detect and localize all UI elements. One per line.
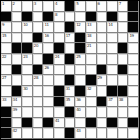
white-cell-r9c1[interactable] [1,86,12,97]
white-cell-r9c5[interactable] [43,86,54,97]
white-cell-r8c5[interactable] [43,75,54,86]
white-cell-r8c11[interactable] [107,75,118,86]
white-cell-r2c2[interactable] [12,12,23,23]
black-cell-r11c7 [65,107,76,118]
white-cell-r4c10[interactable] [97,33,108,44]
white-cell-r7c13[interactable] [128,65,139,76]
white-cell-r11c6[interactable] [54,107,65,118]
white-cell-r3c9[interactable]: 13 [86,22,97,33]
white-cell-r12c2[interactable] [12,118,23,129]
clue-number: 1 [2,1,4,6]
white-cell-r1c5[interactable] [43,1,54,12]
clue-number: 4 [55,1,57,6]
white-cell-r7c1[interactable] [1,65,12,76]
white-cell-r6c6[interactable]: 24 [54,54,65,65]
black-cell-r7c2 [12,65,23,76]
white-cell-r13c10[interactable] [97,128,108,139]
white-cell-r5c9[interactable]: 21 [86,43,97,54]
white-cell-r13c8[interactable]: 43 [75,128,86,139]
black-cell-r5c6 [54,43,65,54]
white-cell-r7c11[interactable] [107,65,118,76]
white-cell-r3c8[interactable]: 12 [75,22,86,33]
clue-number: 10 [23,22,27,27]
white-cell-r12c7[interactable] [65,118,76,129]
black-cell-r9c12 [118,86,129,97]
black-cell-r12c3 [22,118,33,129]
white-cell-r8c12[interactable] [118,75,129,86]
clue-number: 20 [34,43,38,48]
clue-number: 5 [76,1,78,6]
clue-number: 11 [44,22,48,27]
white-cell-r10c11[interactable]: 37 [107,97,118,108]
white-cell-r1c1[interactable]: 1 [1,1,12,12]
clue-number: 42 [13,128,17,133]
white-cell-r4c1[interactable]: 15 [1,33,12,44]
black-cell-r2c9 [86,12,97,23]
black-cell-r2c11 [107,12,118,23]
white-cell-r1c11[interactable] [107,1,118,12]
white-cell-r5c7[interactable] [65,43,76,54]
white-cell-r1c12[interactable]: 7 [118,1,129,12]
white-cell-r9c3[interactable]: 30 [22,86,33,97]
black-cell-r7c4 [33,65,44,76]
black-cell-r7c12 [118,65,129,76]
white-cell-r3c5[interactable]: 11 [43,22,54,33]
clue-number: 37 [108,97,112,102]
white-cell-r8c2[interactable] [12,75,23,86]
white-cell-r4c9[interactable]: 18 [86,33,97,44]
clue-number: 8 [55,12,57,17]
black-cell-r12c5 [43,118,54,129]
black-cell-r10c10 [97,97,108,108]
clue-number: 35 [66,97,70,102]
clue-number: 28 [34,75,38,80]
black-cell-r8c9 [86,75,97,86]
white-cell-r4c2[interactable] [12,33,23,44]
clue-number: 6 [98,1,100,6]
white-cell-r2c8[interactable] [75,12,86,23]
white-cell-r4c6[interactable] [54,33,65,44]
clue-number: 24 [55,54,59,59]
clue-number: 33 [2,97,6,102]
white-cell-r2c4[interactable] [33,12,44,23]
black-cell-r8c7 [65,75,76,86]
clue-number: 13 [87,22,91,27]
white-cell-r6c1[interactable]: 22 [1,54,12,65]
white-cell-r12c10[interactable] [97,118,108,129]
black-cell-r5c8 [75,43,86,54]
white-cell-r5c5[interactable] [43,43,54,54]
black-cell-r2c13 [128,12,139,23]
white-cell-r8c4[interactable]: 28 [33,75,44,86]
white-cell-r10c7[interactable]: 35 [65,97,76,108]
white-cell-r7c7[interactable] [65,65,76,76]
white-cell-r1c10[interactable]: 6 [97,1,108,12]
clue-number: 39 [13,107,17,112]
white-cell-r7c5[interactable]: 26 [43,65,54,76]
white-cell-r11c4[interactable] [33,107,44,118]
white-cell-r1c4[interactable]: 3 [33,1,44,12]
white-cell-r10c8[interactable]: 36 [75,97,86,108]
clue-number: 31 [66,86,70,91]
black-cell-r11c1 [1,107,12,118]
black-cell-r12c1 [1,118,12,129]
clue-number: 36 [76,97,80,102]
black-cell-r13c7 [65,128,76,139]
black-cell-r9c11 [107,86,118,97]
clue-number: 40 [76,107,80,112]
white-cell-r9c13[interactable] [128,86,139,97]
white-cell-r13c5[interactable] [43,128,54,139]
white-cell-r8c13[interactable] [128,75,139,86]
white-cell-r1c2[interactable]: 2 [12,1,23,12]
white-cell-r3c11[interactable]: 14 [107,22,118,33]
white-cell-r4c13[interactable]: 19 [128,33,139,44]
black-cell-r9c6 [54,86,65,97]
white-cell-r11c11[interactable] [107,107,118,118]
black-cell-r3c7 [65,22,76,33]
clue-number: 19 [129,33,133,38]
white-cell-r10c1[interactable]: 33 [1,97,12,108]
white-cell-r9c4[interactable] [33,86,44,97]
white-cell-r3c4[interactable] [33,22,44,33]
white-cell-r10c9[interactable] [86,97,97,108]
white-cell-r11c2[interactable]: 39 [12,107,23,118]
white-cell-r12c12[interactable] [118,118,129,129]
clue-number: 27 [2,75,6,80]
black-cell-r9c2 [12,86,23,97]
white-cell-r8c8[interactable] [75,75,86,86]
white-cell-r5c4[interactable]: 20 [33,43,44,54]
clue-number: 23 [23,54,27,59]
black-cell-r12c13 [128,118,139,129]
white-cell-r6c11[interactable] [107,54,118,65]
white-cell-r11c13[interactable] [128,107,139,118]
white-cell-r7c9[interactable] [86,65,97,76]
white-cell-r11c3[interactable] [22,107,33,118]
white-cell-r4c12[interactable] [118,33,129,44]
black-cell-r5c2 [12,43,23,54]
white-cell-r6c4[interactable] [33,54,44,65]
white-cell-r3c2[interactable] [12,22,23,33]
white-cell-r1c6[interactable]: 4 [54,1,65,12]
clue-number: 18 [87,33,91,38]
white-cell-r12c6[interactable]: 41 [54,118,65,129]
clue-number: 7 [119,1,121,6]
clue-number: 2 [13,1,15,6]
black-cell-r1c13 [128,1,139,12]
black-cell-r2c5 [43,12,54,23]
white-cell-r10c3[interactable] [22,97,33,108]
clue-number: 9 [2,22,4,27]
white-cell-r8c10[interactable]: 29 [97,75,108,86]
white-cell-r3c10[interactable] [97,22,108,33]
white-cell-r6c9[interactable] [86,54,97,65]
clue-number: 34 [13,97,17,102]
white-cell-r3c6[interactable] [54,22,65,33]
black-cell-r7c10 [97,65,108,76]
black-cell-r1c7 [65,1,76,12]
white-cell-r6c10[interactable] [97,54,108,65]
white-cell-r2c7[interactable] [65,12,76,23]
black-cell-r10c6 [54,97,65,108]
white-cell-r7c3[interactable] [22,65,33,76]
white-cell-r1c9[interactable] [86,1,97,12]
clue-number: 38 [119,97,123,102]
white-cell-r13c11[interactable] [107,128,118,139]
white-cell-r12c4[interactable] [33,118,44,129]
white-cell-r13c9[interactable] [86,128,97,139]
white-cell-r4c5[interactable]: 16 [43,33,54,44]
clue-number: 41 [55,118,59,123]
black-cell-r12c11 [107,118,118,129]
white-cell-r6c2[interactable] [12,54,23,65]
clue-number: 12 [76,22,80,27]
black-cell-r13c1 [1,128,12,139]
white-cell-r3c1[interactable]: 9 [1,22,12,33]
clue-number: 25 [76,54,80,59]
black-cell-r6c7 [65,54,76,65]
clue-number: 29 [98,75,102,80]
black-cell-r5c12 [118,43,129,54]
black-cell-r2c1 [1,12,12,23]
black-cell-r6c5 [43,54,54,65]
white-cell-r6c12[interactable] [118,54,129,65]
black-cell-r4c8 [75,33,86,44]
white-cell-r11c10[interactable] [97,107,108,118]
white-cell-r7c6[interactable] [54,65,65,76]
clue-number: 16 [44,33,48,38]
black-cell-r5c3 [22,43,33,54]
clue-number: 3 [34,1,36,6]
white-cell-r1c3[interactable] [22,1,33,12]
clue-number: 22 [2,54,6,59]
white-cell-r7c8[interactable] [75,65,86,76]
white-cell-r2c12[interactable] [118,12,129,23]
white-cell-r10c13[interactable] [128,97,139,108]
white-cell-r3c12[interactable] [118,22,129,33]
white-cell-r8c3[interactable] [22,75,33,86]
clue-number: 21 [87,43,91,48]
crossword-grid: 1234567891011121314151617181920212223242… [0,0,140,140]
white-cell-r1c8[interactable]: 5 [75,1,86,12]
white-cell-r10c12[interactable]: 38 [118,97,129,108]
black-cell-r4c4 [33,33,44,44]
white-cell-r11c12[interactable] [118,107,129,118]
white-cell-r11c9[interactable] [86,107,97,118]
white-cell-r13c2[interactable]: 42 [12,128,23,139]
white-cell-r12c8[interactable] [75,118,86,129]
white-cell-r5c1[interactable] [1,43,12,54]
white-cell-r13c6[interactable] [54,128,65,139]
white-cell-r2c10[interactable] [97,12,108,23]
black-cell-r9c8 [75,86,86,97]
white-cell-r9c9[interactable]: 32 [86,86,97,97]
white-cell-r6c8[interactable]: 25 [75,54,86,65]
white-cell-r11c5[interactable] [43,107,54,118]
white-cell-r13c12[interactable] [118,128,129,139]
white-cell-r8c1[interactable]: 27 [1,75,12,86]
white-cell-r2c6[interactable]: 8 [54,12,65,23]
white-cell-r9c10[interactable] [97,86,108,97]
clue-number: 43 [76,128,80,133]
white-cell-r13c4[interactable] [33,128,44,139]
white-cell-r10c2[interactable]: 34 [12,97,23,108]
clue-number: 17 [66,33,70,38]
white-cell-r5c10[interactable] [97,43,108,54]
black-cell-r3c13 [128,22,139,33]
white-cell-r4c3[interactable] [22,33,33,44]
white-cell-r6c13[interactable] [128,54,139,65]
white-cell-r11c8[interactable]: 40 [75,107,86,118]
white-cell-r6c3[interactable]: 23 [22,54,33,65]
black-cell-r12c9 [86,118,97,129]
white-cell-r13c3[interactable] [22,128,33,139]
white-cell-r8c6[interactable] [54,75,65,86]
black-cell-r2c3 [22,12,33,23]
white-cell-r4c11[interactable] [107,33,118,44]
clue-number: 32 [87,86,91,91]
clue-number: 30 [23,86,27,91]
clue-number: 26 [44,65,48,70]
white-cell-r9c7[interactable]: 31 [65,86,76,97]
clue-number: 15 [2,33,6,38]
clue-number: 14 [108,22,112,27]
white-cell-r5c13[interactable] [128,43,139,54]
white-cell-r3c3[interactable]: 10 [22,22,33,33]
white-cell-r10c5[interactable] [43,97,54,108]
white-cell-r5c11[interactable] [107,43,118,54]
white-cell-r10c4[interactable] [33,97,44,108]
white-cell-r4c7[interactable]: 17 [65,33,76,44]
white-cell-r13c13[interactable] [128,128,139,139]
